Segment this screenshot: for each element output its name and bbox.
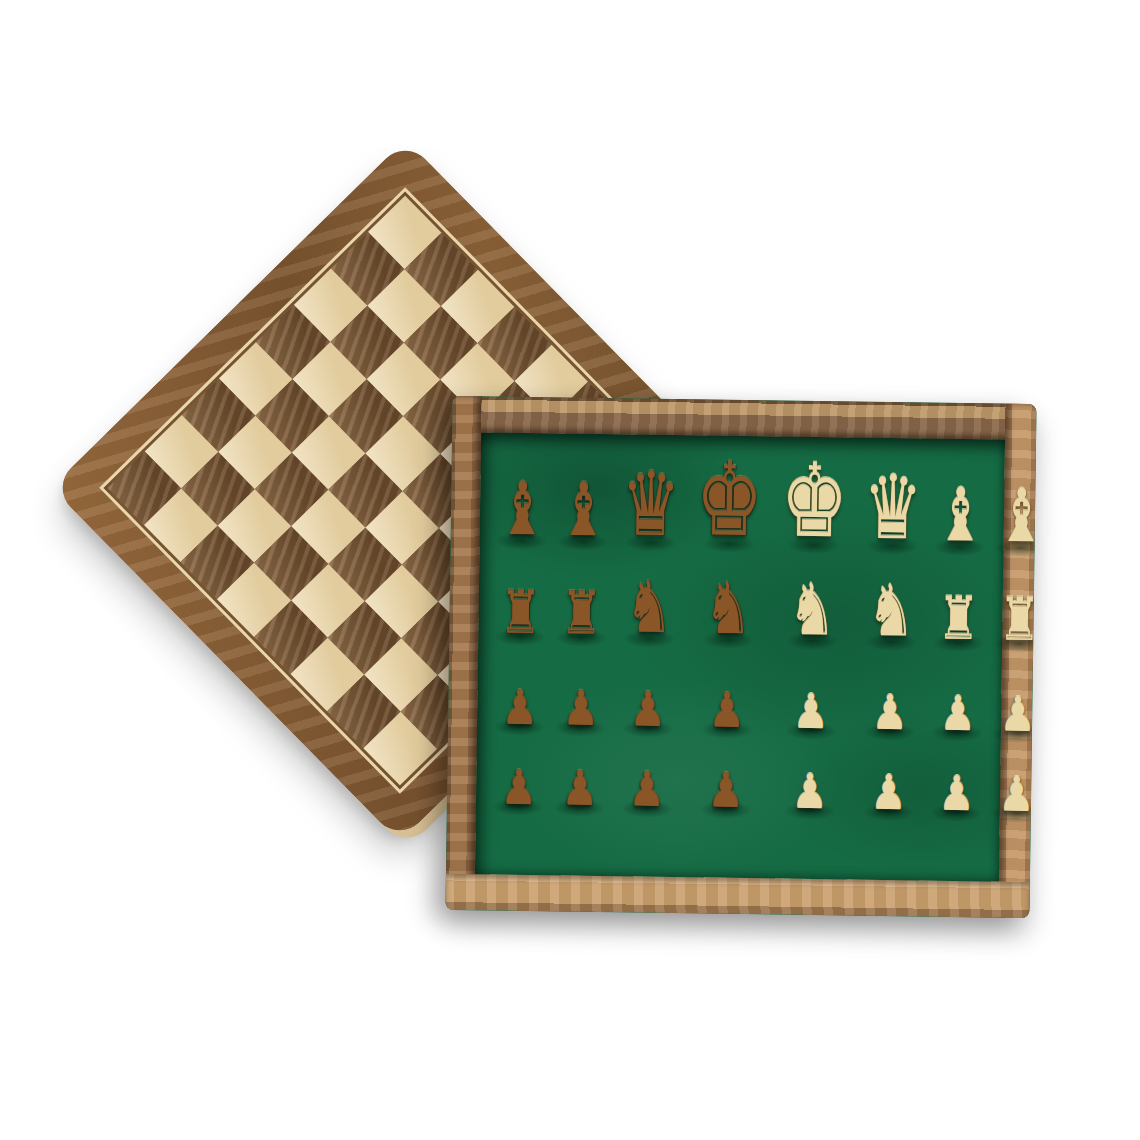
piece-light-bishop: ♝ [935, 481, 985, 551]
tray-slot: ♟ [489, 640, 551, 731]
piece-light-rook: ♜ [998, 591, 1036, 648]
tray-slot: ♛ [856, 438, 931, 551]
piece-dark-bishop: ♝ [559, 476, 609, 546]
tray-slot: ♚ [771, 436, 857, 549]
piece-dark-rook: ♜ [561, 585, 603, 642]
tray-slot: ♜ [490, 545, 552, 642]
piece-light-king: ♚ [780, 452, 849, 549]
piece-dark-king: ♚ [695, 451, 764, 548]
tray-slot: ♝ [553, 433, 616, 546]
piece-light-pawn: ♟ [1000, 692, 1037, 738]
tray-slot: ♞ [770, 548, 856, 645]
tray-slot: ♜ [928, 551, 990, 648]
piece-light-pawn: ♟ [791, 769, 828, 815]
piece-dark-pawn: ♟ [629, 687, 666, 733]
tray-slot: ♟ [986, 737, 1036, 818]
tray-slot: ♝ [990, 439, 1037, 552]
piece-dark-pawn: ♟ [628, 767, 665, 813]
piece-dark-pawn: ♟ [561, 766, 598, 812]
piece-dark-rook: ♜ [500, 584, 542, 641]
tray-slot: ♝ [492, 433, 555, 546]
piece-light-pawn: ♟ [998, 772, 1035, 818]
chess-set-product-photo: ♝♝♛♚♚♛♝♝♜♜♞♞♞♞♜♜♟♟♟♟♟♟♟♟♟♟♟♟♟♟♟♟ [0, 0, 1140, 1140]
piece-dark-pawn: ♟ [501, 685, 538, 731]
piece-dark-knight: ♞ [704, 576, 752, 644]
tray-slot: ♚ [687, 435, 773, 548]
tray-slot: ♟ [987, 647, 1036, 738]
tray-slot: ♟ [684, 643, 770, 734]
piece-dark-knight: ♞ [625, 575, 673, 643]
tray-slot: ♟ [549, 731, 611, 812]
tray-slot: ♟ [683, 733, 768, 814]
piece-dark-bishop: ♝ [498, 475, 548, 545]
piece-dark-pawn: ♟ [708, 688, 745, 734]
tray-slot: ♝ [929, 439, 992, 552]
piece-light-bishop: ♝ [996, 482, 1036, 552]
tray-slot: ♟ [488, 730, 550, 811]
piece-light-knight: ♞ [788, 577, 836, 645]
piece-light-queen: ♛ [863, 466, 923, 551]
tray-slot: ♟ [926, 647, 988, 738]
tray-slot: ♜ [551, 545, 613, 642]
tray-slot: ♜ [989, 551, 1037, 648]
piece-light-pawn: ♟ [939, 691, 976, 737]
piece-dark-pawn: ♟ [707, 768, 744, 814]
tray-pieces: ♝♝♛♚♚♛♝♝♜♜♞♞♞♞♜♜♟♟♟♟♟♟♟♟♟♟♟♟♟♟♟♟ [475, 432, 1005, 881]
piece-light-pawn: ♟ [871, 690, 908, 736]
tray-slot: ♞ [612, 546, 687, 643]
tray-slot: ♟ [610, 732, 685, 813]
piece-dark-pawn: ♟ [562, 686, 599, 732]
tray-slot: ♞ [854, 550, 929, 647]
tray-slot: ♟ [550, 641, 612, 732]
piece-storage-tray: ♝♝♛♚♚♛♝♝♜♜♞♞♞♞♜♜♟♟♟♟♟♟♟♟♟♟♟♟♟♟♟♟ [445, 396, 1036, 918]
tray-slot: ♟ [925, 737, 987, 818]
piece-light-knight: ♞ [867, 578, 915, 646]
tray-slot: ♞ [686, 547, 772, 644]
piece-light-pawn: ♟ [793, 689, 830, 735]
piece-light-rook: ♜ [937, 591, 979, 648]
tray-slot: ♛ [613, 434, 688, 547]
piece-light-pawn: ♟ [938, 771, 975, 817]
tray-slot: ♟ [852, 736, 927, 817]
piece-light-pawn: ♟ [870, 770, 907, 816]
tray-slot: ♟ [611, 642, 686, 733]
tray-slot: ♟ [768, 734, 853, 815]
piece-dark-pawn: ♟ [500, 765, 537, 811]
tray-slot: ♟ [769, 644, 855, 735]
tray-slot: ♟ [853, 646, 928, 737]
piece-dark-queen: ♛ [621, 462, 681, 547]
